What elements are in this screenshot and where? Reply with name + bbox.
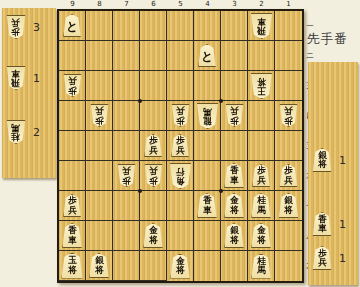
star-point	[138, 189, 142, 193]
shogi-piece[interactable]: 金将	[224, 193, 245, 218]
shogi-piece[interactable]: 金将	[143, 223, 164, 248]
piece-kanji: と	[201, 50, 213, 62]
piece-kanji: 将	[318, 160, 327, 170]
shogi-piece[interactable]: と	[198, 44, 217, 67]
square-42[interactable]: と	[194, 41, 221, 71]
square-84[interactable]: 歩兵	[86, 101, 113, 131]
piece-kanji: 歩	[12, 27, 21, 37]
square-77[interactable]	[113, 191, 140, 221]
piece-kanji: 兵	[149, 166, 158, 176]
piece-kanji: 歩	[230, 116, 239, 126]
piece-kanji: 兵	[149, 146, 158, 156]
shogi-piece[interactable]: 金将	[170, 254, 191, 279]
piece-kanji: 歩	[122, 176, 131, 186]
square-23[interactable]: 王将	[248, 71, 275, 101]
square-36[interactable]: 香車	[221, 161, 248, 191]
square-25[interactable]	[248, 131, 275, 161]
piece-kanji: 兵	[230, 106, 239, 116]
square-15[interactable]	[275, 131, 302, 161]
square-32[interactable]	[221, 41, 248, 71]
square-88[interactable]	[86, 221, 113, 251]
file-label: 4	[194, 0, 221, 9]
square-17[interactable]: 銀将	[275, 191, 302, 221]
square-54[interactable]: 歩兵	[167, 101, 194, 131]
shogi-piece[interactable]: 歩兵	[279, 164, 298, 187]
hand-piece-count: 1	[33, 72, 40, 85]
piece-kanji: 兵	[122, 166, 131, 176]
square-11[interactable]	[275, 11, 302, 41]
square-19[interactable]	[275, 251, 302, 281]
star-point	[138, 99, 142, 103]
shogi-piece[interactable]: 銀将	[224, 223, 245, 248]
shogi-board: と飛車と歩兵王将歩兵歩兵龍馬歩兵歩兵歩兵歩兵歩兵歩兵角行香車歩兵歩兵歩兵香車金将…	[57, 9, 304, 283]
piece-kanji: 馬	[257, 266, 266, 276]
square-21[interactable]: 飛車	[248, 11, 275, 41]
piece-kanji: 兵	[257, 176, 266, 186]
shogi-piece[interactable]: 歩兵	[279, 104, 298, 127]
square-68[interactable]: 金将	[140, 221, 167, 251]
square-92[interactable]	[59, 41, 86, 71]
square-28[interactable]: 金将	[248, 221, 275, 251]
piece-kanji: 将	[257, 236, 266, 246]
square-76[interactable]: 歩兵	[113, 161, 140, 191]
square-98[interactable]: 香車	[59, 221, 86, 251]
hand-piece-row: 銀将1	[312, 148, 346, 172]
square-61[interactable]	[140, 11, 167, 41]
file-label: 7	[113, 0, 140, 9]
square-67[interactable]	[140, 191, 167, 221]
shogi-piece[interactable]: 歩兵	[252, 164, 271, 187]
square-91[interactable]: と	[59, 11, 86, 41]
square-47[interactable]: 香車	[194, 191, 221, 221]
square-64[interactable]	[140, 101, 167, 131]
shogi-app: 歩兵3飛車1桂馬2 987654321 一二三四五六七八九 と飛車と歩兵王将歩兵…	[0, 0, 360, 287]
square-14[interactable]: 歩兵	[275, 101, 302, 131]
square-65[interactable]: 歩兵	[140, 131, 167, 161]
file-label: 8	[86, 0, 113, 9]
square-71[interactable]	[113, 11, 140, 41]
file-label: 1	[275, 0, 302, 9]
square-27[interactable]: 桂馬	[248, 191, 275, 221]
square-82[interactable]	[86, 41, 113, 71]
square-58[interactable]	[167, 221, 194, 251]
piece-kanji: 車	[68, 236, 77, 246]
turn-indicator: 先手番	[307, 31, 348, 48]
square-55[interactable]: 歩兵	[167, 131, 194, 161]
square-24[interactable]	[248, 101, 275, 131]
shogi-piece[interactable]: 歩兵	[117, 164, 136, 187]
piece-kanji: 馬	[12, 123, 21, 133]
piece-kanji: 飛	[12, 78, 21, 88]
square-33[interactable]	[221, 71, 248, 101]
piece-kanji: 歩	[284, 116, 293, 126]
piece-kanji: 兵	[68, 76, 77, 86]
file-coordinates: 987654321	[59, 0, 302, 9]
shogi-piece[interactable]: 歩兵	[144, 134, 163, 157]
file-label: 2	[248, 0, 275, 9]
shogi-piece[interactable]: と	[63, 14, 82, 37]
shogi-piece[interactable]: 銀将	[312, 148, 332, 172]
square-52[interactable]	[167, 41, 194, 71]
square-29[interactable]: 桂馬	[248, 251, 275, 281]
square-26[interactable]: 歩兵	[248, 161, 275, 191]
hand-piece-row: 歩兵1	[312, 246, 346, 270]
square-62[interactable]	[140, 41, 167, 71]
piece-kanji: と	[66, 20, 78, 32]
square-99[interactable]: 玉将	[59, 251, 86, 281]
square-51[interactable]	[167, 11, 194, 41]
hand-piece-count: 1	[339, 252, 346, 265]
shogi-piece[interactable]: 角行	[169, 163, 192, 189]
piece-kanji: 兵	[12, 18, 21, 28]
piece-kanji: 兵	[318, 258, 327, 268]
piece-kanji: 将	[149, 236, 158, 246]
shogi-piece[interactable]: 飛車	[250, 13, 273, 39]
piece-kanji: 歩	[68, 86, 77, 96]
piece-kanji: 歩	[176, 116, 185, 126]
square-45[interactable]	[194, 131, 221, 161]
square-57[interactable]	[167, 191, 194, 221]
shogi-piece[interactable]: 歩兵	[90, 104, 109, 127]
star-point	[219, 189, 223, 193]
gote-captured-stand: 歩兵3飛車1桂馬2	[2, 8, 56, 178]
piece-kanji: 馬	[257, 206, 266, 216]
square-53[interactable]	[167, 71, 194, 101]
shogi-piece[interactable]: 香車	[224, 163, 245, 188]
piece-kanji: 歩	[95, 116, 104, 126]
shogi-piece[interactable]: 香車	[312, 212, 332, 236]
shogi-piece[interactable]: 歩兵	[63, 74, 82, 97]
file-label: 5	[167, 0, 194, 9]
piece-kanji: 将	[230, 206, 239, 216]
square-22[interactable]	[248, 41, 275, 71]
piece-kanji: 将	[230, 236, 239, 246]
star-point	[219, 99, 223, 103]
piece-kanji: 馬	[203, 106, 212, 116]
square-13[interactable]	[275, 71, 302, 101]
square-43[interactable]	[194, 71, 221, 101]
square-56[interactable]: 角行	[167, 161, 194, 191]
hand-piece-row: 飛車1	[6, 66, 40, 90]
piece-kanji: 将	[284, 206, 293, 216]
hand-piece-row: 香車1	[312, 212, 346, 236]
shogi-piece[interactable]: 桂馬	[251, 254, 272, 279]
shogi-piece[interactable]: 飛車	[6, 66, 26, 90]
square-83[interactable]	[86, 71, 113, 101]
shogi-piece[interactable]: 歩兵	[312, 246, 332, 270]
shogi-piece[interactable]: 玉将	[61, 253, 84, 279]
piece-kanji: 行	[176, 166, 185, 176]
board-grid: と飛車と歩兵王将歩兵歩兵龍馬歩兵歩兵歩兵歩兵歩兵歩兵角行香車歩兵歩兵歩兵香車金将…	[59, 11, 302, 281]
square-31[interactable]	[221, 11, 248, 41]
square-16[interactable]: 歩兵	[275, 161, 302, 191]
shogi-piece[interactable]: 桂馬	[6, 120, 26, 144]
square-59[interactable]: 金将	[167, 251, 194, 281]
square-78[interactable]	[113, 221, 140, 251]
piece-kanji: 将	[68, 266, 77, 276]
square-85[interactable]	[86, 131, 113, 161]
piece-kanji: 車	[230, 176, 239, 186]
shogi-piece[interactable]: 金将	[251, 223, 272, 248]
square-38[interactable]: 銀将	[221, 221, 248, 251]
square-81[interactable]	[86, 11, 113, 41]
square-89[interactable]: 銀将	[86, 251, 113, 281]
hand-piece-row: 歩兵3	[6, 15, 40, 39]
file-label: 9	[59, 0, 86, 9]
square-63[interactable]	[140, 71, 167, 101]
shogi-piece[interactable]: 歩兵	[171, 104, 190, 127]
piece-kanji: 兵	[176, 146, 185, 156]
square-72[interactable]	[113, 41, 140, 71]
piece-kanji: 車	[203, 206, 212, 216]
piece-kanji: 車	[318, 224, 327, 234]
hand-piece-count: 1	[339, 218, 346, 231]
square-44[interactable]: 龍馬	[194, 101, 221, 131]
shogi-piece[interactable]: 歩兵	[63, 194, 82, 217]
shogi-piece[interactable]: 歩兵	[171, 134, 190, 157]
piece-kanji: 車	[257, 16, 266, 26]
square-73[interactable]	[113, 71, 140, 101]
piece-kanji: 兵	[95, 106, 104, 116]
square-75[interactable]	[113, 131, 140, 161]
square-49[interactable]	[194, 251, 221, 281]
square-69[interactable]	[140, 251, 167, 281]
square-35[interactable]	[221, 131, 248, 161]
piece-kanji: 将	[257, 76, 266, 86]
hand-piece-count: 2	[33, 126, 40, 139]
square-34[interactable]: 歩兵	[221, 101, 248, 131]
square-94[interactable]	[59, 101, 86, 131]
piece-kanji: 兵	[68, 206, 77, 216]
piece-kanji: 兵	[176, 106, 185, 116]
shogi-piece[interactable]: 桂馬	[251, 193, 272, 218]
square-66[interactable]: 歩兵	[140, 161, 167, 191]
shogi-piece[interactable]: 銀将	[278, 193, 299, 218]
square-39[interactable]	[221, 251, 248, 281]
shogi-piece[interactable]: 王将	[250, 73, 273, 99]
square-48[interactable]	[194, 221, 221, 251]
piece-kanji: 兵	[284, 176, 293, 186]
file-label: 6	[140, 0, 167, 9]
sente-captured-stand: 銀将1香車1歩兵1	[308, 62, 358, 285]
shogi-piece[interactable]: 銀将	[89, 253, 110, 278]
square-18[interactable]	[275, 221, 302, 251]
piece-kanji: 兵	[284, 106, 293, 116]
square-79[interactable]	[113, 251, 140, 281]
square-96[interactable]	[59, 161, 86, 191]
square-12[interactable]	[275, 41, 302, 71]
hand-piece-count: 1	[339, 154, 346, 167]
square-37[interactable]: 金将	[221, 191, 248, 221]
square-86[interactable]	[86, 161, 113, 191]
hand-piece-row: 桂馬2	[6, 120, 40, 144]
shogi-piece[interactable]: 香車	[197, 193, 218, 218]
square-93[interactable]: 歩兵	[59, 71, 86, 101]
shogi-piece[interactable]: 歩兵	[225, 104, 244, 127]
piece-kanji: 将	[176, 266, 185, 276]
piece-kanji: 車	[12, 69, 21, 79]
square-97[interactable]: 歩兵	[59, 191, 86, 221]
square-74[interactable]	[113, 101, 140, 131]
shogi-piece[interactable]: 歩兵	[6, 15, 26, 39]
piece-kanji: 歩	[149, 176, 158, 186]
piece-kanji: 桂	[12, 132, 21, 142]
hand-piece-count: 3	[33, 21, 40, 34]
square-87[interactable]	[86, 191, 113, 221]
shogi-piece[interactable]: 歩兵	[144, 164, 163, 187]
shogi-piece[interactable]: 龍馬	[196, 103, 219, 129]
square-41[interactable]	[194, 11, 221, 41]
square-46[interactable]	[194, 161, 221, 191]
file-label: 3	[221, 0, 248, 9]
piece-kanji: 将	[95, 266, 104, 276]
square-95[interactable]	[59, 131, 86, 161]
shogi-piece[interactable]: 香車	[62, 223, 83, 248]
